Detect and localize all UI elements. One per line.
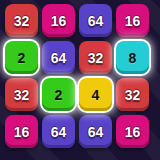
- tile-board: 3216641626432832243216646416: [5, 4, 149, 148]
- tile-4-r3c3[interactable]: 4: [79, 78, 112, 111]
- tile-value: 32: [88, 50, 104, 66]
- tile-value: 32: [125, 87, 141, 103]
- tile-2-r2c1[interactable]: 2: [5, 41, 38, 74]
- tile-32-r1c1[interactable]: 32: [5, 4, 38, 37]
- tile-64-r4c3[interactable]: 64: [79, 115, 112, 148]
- tile-value: 2: [55, 87, 63, 103]
- tile-value: 16: [51, 13, 67, 29]
- tile-value: 2: [18, 50, 26, 66]
- tile-16-r1c2[interactable]: 16: [42, 4, 75, 37]
- tile-64-r1c3[interactable]: 64: [79, 4, 112, 37]
- tile-16-r1c4[interactable]: 16: [116, 4, 149, 37]
- tile-16-r4c1[interactable]: 16: [5, 115, 38, 148]
- tile-32-r3c1[interactable]: 32: [5, 78, 38, 111]
- tile-64-r4c2[interactable]: 64: [42, 115, 75, 148]
- tile-value: 8: [129, 50, 137, 66]
- tile-value: 64: [88, 13, 104, 29]
- tile-32-r3c4[interactable]: 32: [116, 78, 149, 111]
- tile-16-r4c4[interactable]: 16: [116, 115, 149, 148]
- tile-8-r2c4[interactable]: 8: [116, 41, 149, 74]
- tile-value: 32: [14, 87, 30, 103]
- tile-value: 4: [92, 87, 100, 103]
- game-screen: 3216641626432832243216646416: [0, 0, 160, 160]
- tile-2-r3c2[interactable]: 2: [42, 78, 75, 111]
- tile-value: 64: [51, 124, 67, 140]
- tile-value: 32: [14, 13, 30, 29]
- tile-value: 16: [14, 124, 30, 140]
- tile-32-r2c3[interactable]: 32: [79, 41, 112, 74]
- tile-64-r2c2[interactable]: 64: [42, 41, 75, 74]
- tile-value: 64: [88, 124, 104, 140]
- tile-value: 64: [51, 50, 67, 66]
- tile-value: 16: [125, 124, 141, 140]
- tile-value: 16: [125, 13, 141, 29]
